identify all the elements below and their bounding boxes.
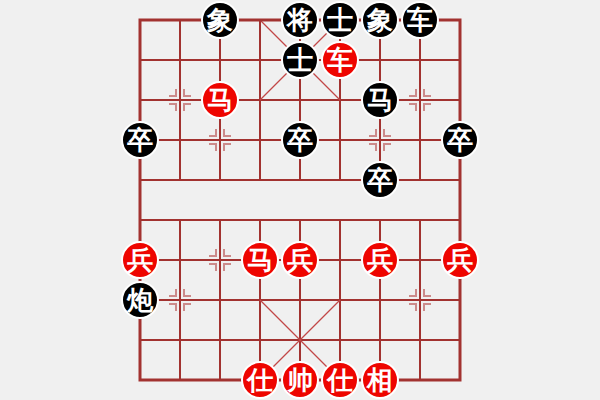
point-7-0[interactable]: 车	[400, 0, 440, 40]
piece-black-chariot[interactable]: 车	[401, 1, 439, 39]
point-2-5[interactable]	[200, 200, 240, 240]
point-0-2[interactable]	[120, 80, 160, 120]
point-7-3[interactable]	[400, 120, 440, 160]
piece-red-advisor[interactable]: 仕	[321, 361, 359, 399]
point-0-3[interactable]: 卒	[120, 120, 160, 160]
piece-red-horse[interactable]: 马	[201, 81, 239, 119]
point-5-3[interactable]	[320, 120, 360, 160]
point-7-8[interactable]	[400, 320, 440, 360]
point-8-3[interactable]: 卒	[440, 120, 480, 160]
point-2-2[interactable]: 马	[200, 80, 240, 120]
point-2-4[interactable]	[200, 160, 240, 200]
point-1-0[interactable]	[160, 0, 200, 40]
point-4-4[interactable]	[280, 160, 320, 200]
point-0-8[interactable]	[120, 320, 160, 360]
point-0-0[interactable]	[120, 0, 160, 40]
point-4-0[interactable]: 将	[280, 0, 320, 40]
piece-black-soldier[interactable]: 卒	[361, 161, 399, 199]
point-3-3[interactable]	[240, 120, 280, 160]
piece-red-soldier[interactable]: 兵	[281, 241, 319, 279]
point-4-7[interactable]	[280, 280, 320, 320]
point-2-6[interactable]	[200, 240, 240, 280]
point-5-0[interactable]: 士	[320, 0, 360, 40]
point-8-8[interactable]	[440, 320, 480, 360]
point-1-7[interactable]	[160, 280, 200, 320]
point-3-6[interactable]: 马	[240, 240, 280, 280]
point-5-9[interactable]: 仕	[320, 360, 360, 400]
point-7-9[interactable]	[400, 360, 440, 400]
point-6-7[interactable]	[360, 280, 400, 320]
point-4-8[interactable]	[280, 320, 320, 360]
point-6-1[interactable]	[360, 40, 400, 80]
point-0-4[interactable]	[120, 160, 160, 200]
point-3-8[interactable]	[240, 320, 280, 360]
point-7-7[interactable]	[400, 280, 440, 320]
point-2-3[interactable]	[200, 120, 240, 160]
point-8-6[interactable]: 兵	[440, 240, 480, 280]
point-7-1[interactable]	[400, 40, 440, 80]
point-6-3[interactable]	[360, 120, 400, 160]
point-4-6[interactable]: 兵	[280, 240, 320, 280]
point-6-5[interactable]	[360, 200, 400, 240]
point-7-6[interactable]	[400, 240, 440, 280]
point-1-1[interactable]	[160, 40, 200, 80]
point-8-0[interactable]	[440, 0, 480, 40]
point-0-7[interactable]: 炮	[120, 280, 160, 320]
piece-black-advisor[interactable]: 士	[281, 41, 319, 79]
piece-red-general[interactable]: 帅	[281, 361, 319, 399]
point-2-1[interactable]	[200, 40, 240, 80]
point-1-2[interactable]	[160, 80, 200, 120]
piece-red-soldier[interactable]: 兵	[361, 241, 399, 279]
point-6-2[interactable]: 马	[360, 80, 400, 120]
piece-black-horse[interactable]: 马	[361, 81, 399, 119]
point-0-1[interactable]	[120, 40, 160, 80]
point-6-4[interactable]: 卒	[360, 160, 400, 200]
point-6-9[interactable]: 相	[360, 360, 400, 400]
point-1-6[interactable]	[160, 240, 200, 280]
point-4-3[interactable]: 卒	[280, 120, 320, 160]
piece-black-advisor[interactable]: 士	[321, 1, 359, 39]
point-4-2[interactable]	[280, 80, 320, 120]
point-8-4[interactable]	[440, 160, 480, 200]
point-3-2[interactable]	[240, 80, 280, 120]
point-5-8[interactable]	[320, 320, 360, 360]
point-5-6[interactable]	[320, 240, 360, 280]
point-5-5[interactable]	[320, 200, 360, 240]
piece-red-soldier[interactable]: 兵	[121, 241, 159, 279]
point-2-8[interactable]	[200, 320, 240, 360]
piece-black-elephant[interactable]: 象	[361, 1, 399, 39]
point-1-8[interactable]	[160, 320, 200, 360]
point-8-7[interactable]	[440, 280, 480, 320]
point-8-9[interactable]	[440, 360, 480, 400]
point-4-1[interactable]: 士	[280, 40, 320, 80]
point-3-9[interactable]: 仕	[240, 360, 280, 400]
point-5-1[interactable]: 车	[320, 40, 360, 80]
piece-red-elephant[interactable]: 相	[361, 361, 399, 399]
point-8-2[interactable]	[440, 80, 480, 120]
point-3-0[interactable]	[240, 0, 280, 40]
piece-black-cannon[interactable]: 炮	[121, 281, 159, 319]
point-6-0[interactable]: 象	[360, 0, 400, 40]
point-1-9[interactable]	[160, 360, 200, 400]
point-3-5[interactable]	[240, 200, 280, 240]
point-0-6[interactable]: 兵	[120, 240, 160, 280]
point-5-4[interactable]	[320, 160, 360, 200]
point-3-1[interactable]	[240, 40, 280, 80]
point-1-5[interactable]	[160, 200, 200, 240]
point-1-4[interactable]	[160, 160, 200, 200]
piece-black-soldier[interactable]: 卒	[121, 121, 159, 159]
point-5-2[interactable]	[320, 80, 360, 120]
point-3-4[interactable]	[240, 160, 280, 200]
point-5-7[interactable]	[320, 280, 360, 320]
piece-black-soldier[interactable]: 卒	[281, 121, 319, 159]
point-6-6[interactable]: 兵	[360, 240, 400, 280]
xiangqi-app-screen: 象将士象车士车马马卒卒卒卒兵马兵兵兵炮仕帅仕相	[0, 0, 600, 400]
point-8-5[interactable]	[440, 200, 480, 240]
point-0-5[interactable]	[120, 200, 160, 240]
piece-black-elephant[interactable]: 象	[201, 1, 239, 39]
point-7-4[interactable]	[400, 160, 440, 200]
piece-red-advisor[interactable]: 仕	[241, 361, 279, 399]
point-0-9[interactable]	[120, 360, 160, 400]
point-1-3[interactable]	[160, 120, 200, 160]
point-3-7[interactable]	[240, 280, 280, 320]
piece-red-chariot[interactable]: 车	[321, 41, 359, 79]
point-7-5[interactable]	[400, 200, 440, 240]
point-8-1[interactable]	[440, 40, 480, 80]
piece-red-horse[interactable]: 马	[241, 241, 279, 279]
point-7-2[interactable]	[400, 80, 440, 120]
piece-black-soldier[interactable]: 卒	[441, 121, 479, 159]
xiangqi-board: 象将士象车士车马马卒卒卒卒兵马兵兵兵炮仕帅仕相	[120, 0, 480, 400]
point-2-9[interactable]	[200, 360, 240, 400]
piece-black-general[interactable]: 将	[281, 1, 319, 39]
point-4-5[interactable]	[280, 200, 320, 240]
point-2-0[interactable]: 象	[200, 0, 240, 40]
point-4-9[interactable]: 帅	[280, 360, 320, 400]
piece-red-soldier[interactable]: 兵	[441, 241, 479, 279]
point-2-7[interactable]	[200, 280, 240, 320]
point-6-8[interactable]	[360, 320, 400, 360]
